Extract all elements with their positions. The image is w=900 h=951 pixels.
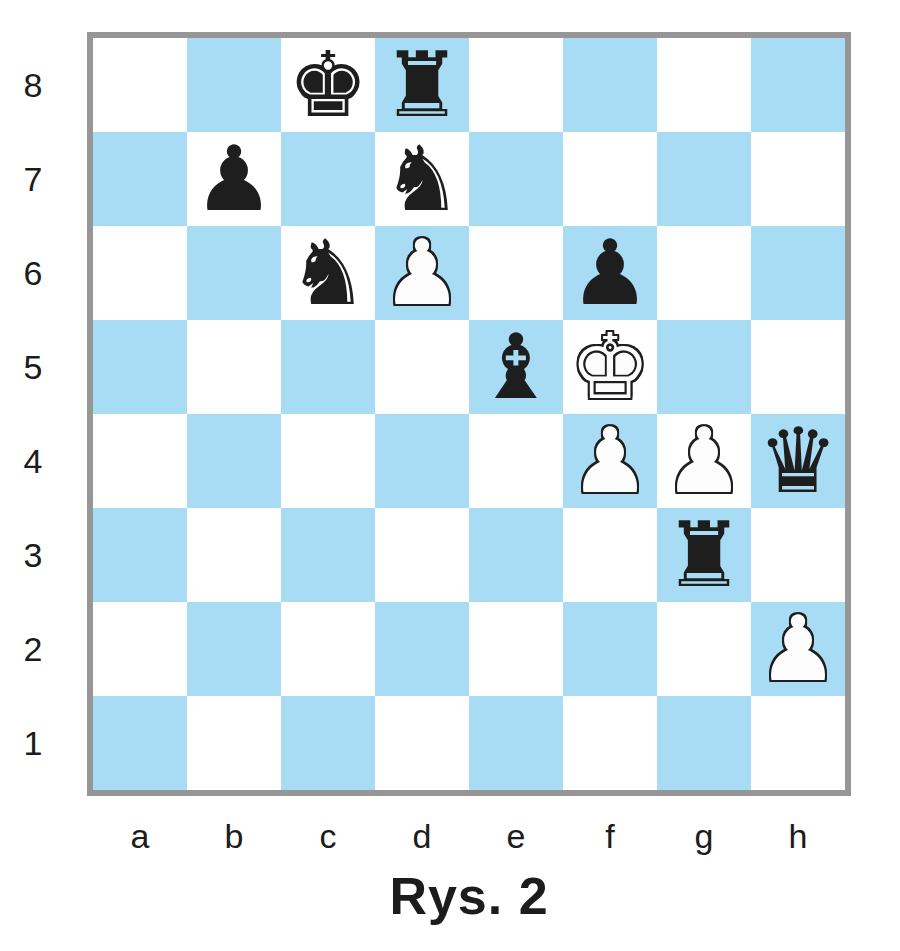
black-rook-piece-d8: ♜ [382,38,463,132]
square-a3 [93,508,187,602]
square-c6: ♞ [281,226,375,320]
square-a1 [93,696,187,790]
square-d3 [375,508,469,602]
rank-label-6: 6 [0,226,66,320]
square-d5 [375,320,469,414]
white-pawn-piece-f4: ♟ [570,414,651,508]
file-label-e: e [469,806,563,866]
square-g2 [657,602,751,696]
square-e5: ♝ [469,320,563,414]
square-g3: ♜ [657,508,751,602]
square-d4 [375,414,469,508]
board: ♚♜♟♞♞♟♟♝♚♟♟♛♜♟ [87,32,851,796]
rank-label-3: 3 [0,508,66,602]
square-c4 [281,414,375,508]
square-b8 [187,38,281,132]
square-c7 [281,132,375,226]
square-h5 [751,320,845,414]
square-c2 [281,602,375,696]
square-d6: ♟ [375,226,469,320]
square-e3 [469,508,563,602]
square-f8 [563,38,657,132]
square-e4 [469,414,563,508]
file-label-c: c [281,806,375,866]
rank-label-5: 5 [0,320,66,414]
square-a6 [93,226,187,320]
square-b1 [187,696,281,790]
square-f3 [563,508,657,602]
square-e2 [469,602,563,696]
square-f7 [563,132,657,226]
square-g5 [657,320,751,414]
square-b5 [187,320,281,414]
square-f4: ♟ [563,414,657,508]
square-h3 [751,508,845,602]
rank-label-8: 8 [0,38,66,132]
white-pawn-piece-d6: ♟ [382,226,463,320]
square-a7 [93,132,187,226]
black-pawn-piece-f6: ♟ [570,226,651,320]
square-g1 [657,696,751,790]
square-e1 [469,696,563,790]
white-pawn-piece-h2: ♟ [758,602,839,696]
square-a2 [93,602,187,696]
square-a4 [93,414,187,508]
square-c8: ♚ [281,38,375,132]
square-h4: ♛ [751,414,845,508]
file-label-b: b [187,806,281,866]
rank-label-1: 1 [0,696,66,790]
square-d2 [375,602,469,696]
square-d7: ♞ [375,132,469,226]
rank-label-2: 2 [0,602,66,696]
square-a5 [93,320,187,414]
rank-labels: 87654321 [0,38,66,790]
square-h7 [751,132,845,226]
square-a8 [93,38,187,132]
black-bishop-piece-e5: ♝ [476,320,557,414]
square-g7 [657,132,751,226]
square-h2: ♟ [751,602,845,696]
figure-caption: Rys. 2 [87,866,851,926]
square-f6: ♟ [563,226,657,320]
file-label-g: g [657,806,751,866]
square-f5: ♚ [563,320,657,414]
square-b4 [187,414,281,508]
black-rook-piece-g3: ♜ [664,508,745,602]
black-pawn-piece-b7: ♟ [194,132,275,226]
square-h1 [751,696,845,790]
square-e8 [469,38,563,132]
square-f1 [563,696,657,790]
square-g6 [657,226,751,320]
square-e6 [469,226,563,320]
file-labels: abcdefgh [93,806,845,866]
square-g4: ♟ [657,414,751,508]
rank-label-4: 4 [0,414,66,508]
black-knight-piece-c6: ♞ [288,226,369,320]
square-c5 [281,320,375,414]
square-c1 [281,696,375,790]
black-king-piece-c8: ♚ [288,38,369,132]
square-d1 [375,696,469,790]
white-king-piece-f5: ♚ [570,320,651,414]
black-knight-piece-d7: ♞ [382,132,463,226]
square-e7 [469,132,563,226]
square-f2 [563,602,657,696]
file-label-d: d [375,806,469,866]
square-b7: ♟ [187,132,281,226]
file-label-f: f [563,806,657,866]
file-label-h: h [751,806,845,866]
file-label-a: a [93,806,187,866]
square-b3 [187,508,281,602]
square-h6 [751,226,845,320]
square-d8: ♜ [375,38,469,132]
square-b6 [187,226,281,320]
square-g8 [657,38,751,132]
square-c3 [281,508,375,602]
square-h8 [751,38,845,132]
white-pawn-piece-g4: ♟ [664,414,745,508]
rank-label-7: 7 [0,132,66,226]
square-b2 [187,602,281,696]
black-queen-piece-h4: ♛ [758,414,839,508]
chess-diagram-page: 87654321 ♚♜♟♞♞♟♟♝♚♟♟♛♜♟ abcdefgh Rys. 2 [0,0,900,951]
